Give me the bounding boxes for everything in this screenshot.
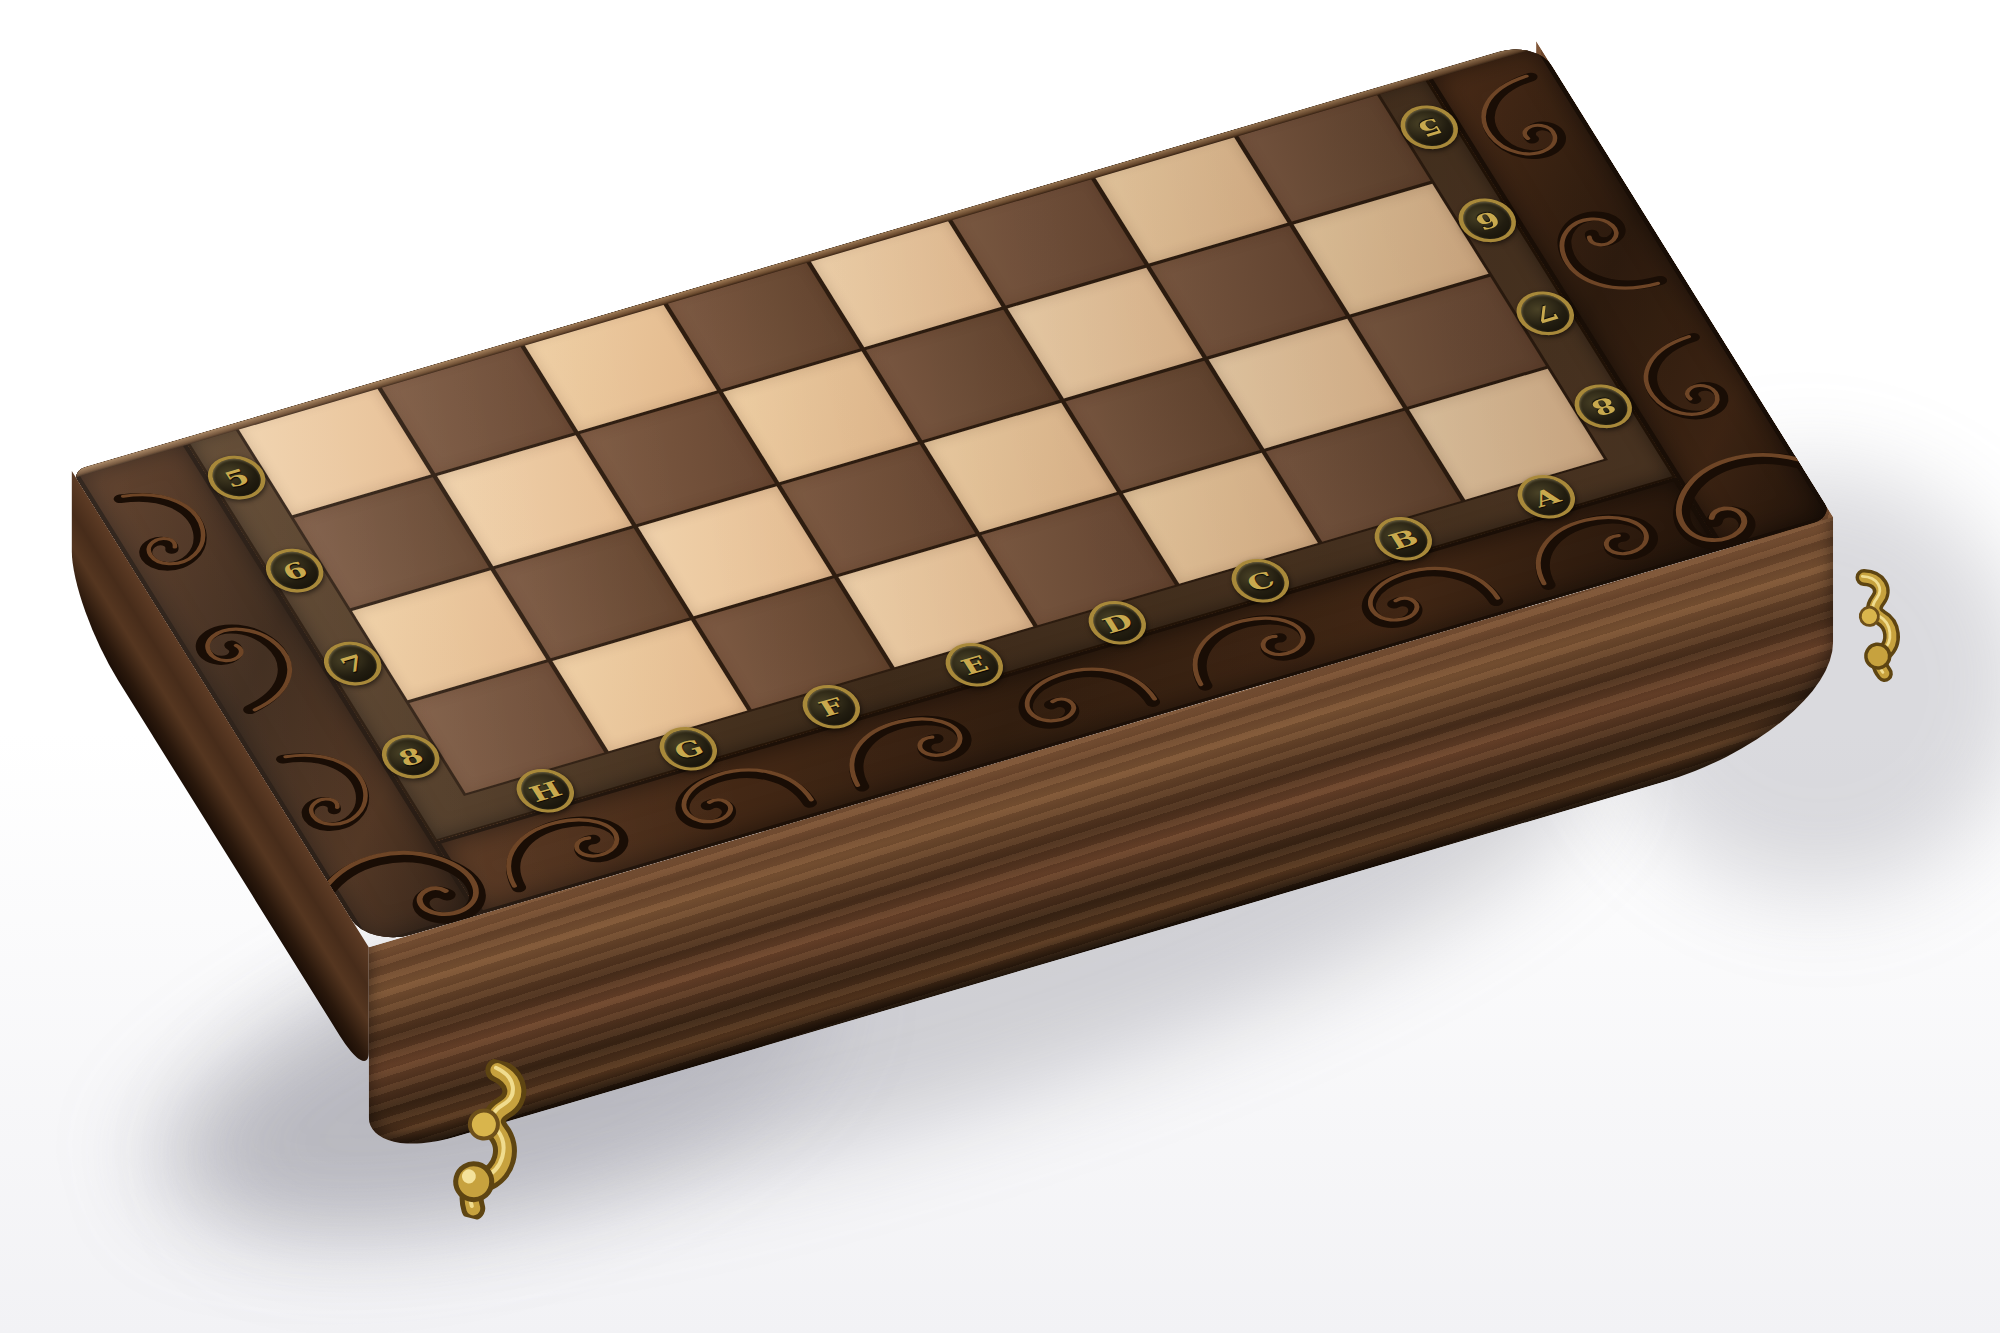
- coord-label: G: [669, 735, 707, 762]
- coord-label: C: [1242, 567, 1278, 594]
- coord-label: 8: [1587, 393, 1620, 419]
- coord-label: 8: [394, 744, 427, 770]
- coord-label: D: [1098, 609, 1136, 636]
- coord-label: 5: [220, 465, 253, 491]
- coord-label: 6: [278, 558, 311, 584]
- coord-label: 6: [1471, 207, 1504, 233]
- coord-label: E: [957, 652, 992, 678]
- coord-label: F: [815, 694, 849, 720]
- coord-label: A: [1529, 484, 1564, 510]
- coord-label: B: [1385, 525, 1423, 552]
- coord-label: H: [525, 777, 566, 805]
- coord-label: 5: [1413, 114, 1446, 140]
- coord-label: 7: [336, 651, 369, 677]
- photo-background: 5678HGFEDCBA5678: [0, 0, 2000, 1333]
- coord-label: 7: [1529, 300, 1562, 326]
